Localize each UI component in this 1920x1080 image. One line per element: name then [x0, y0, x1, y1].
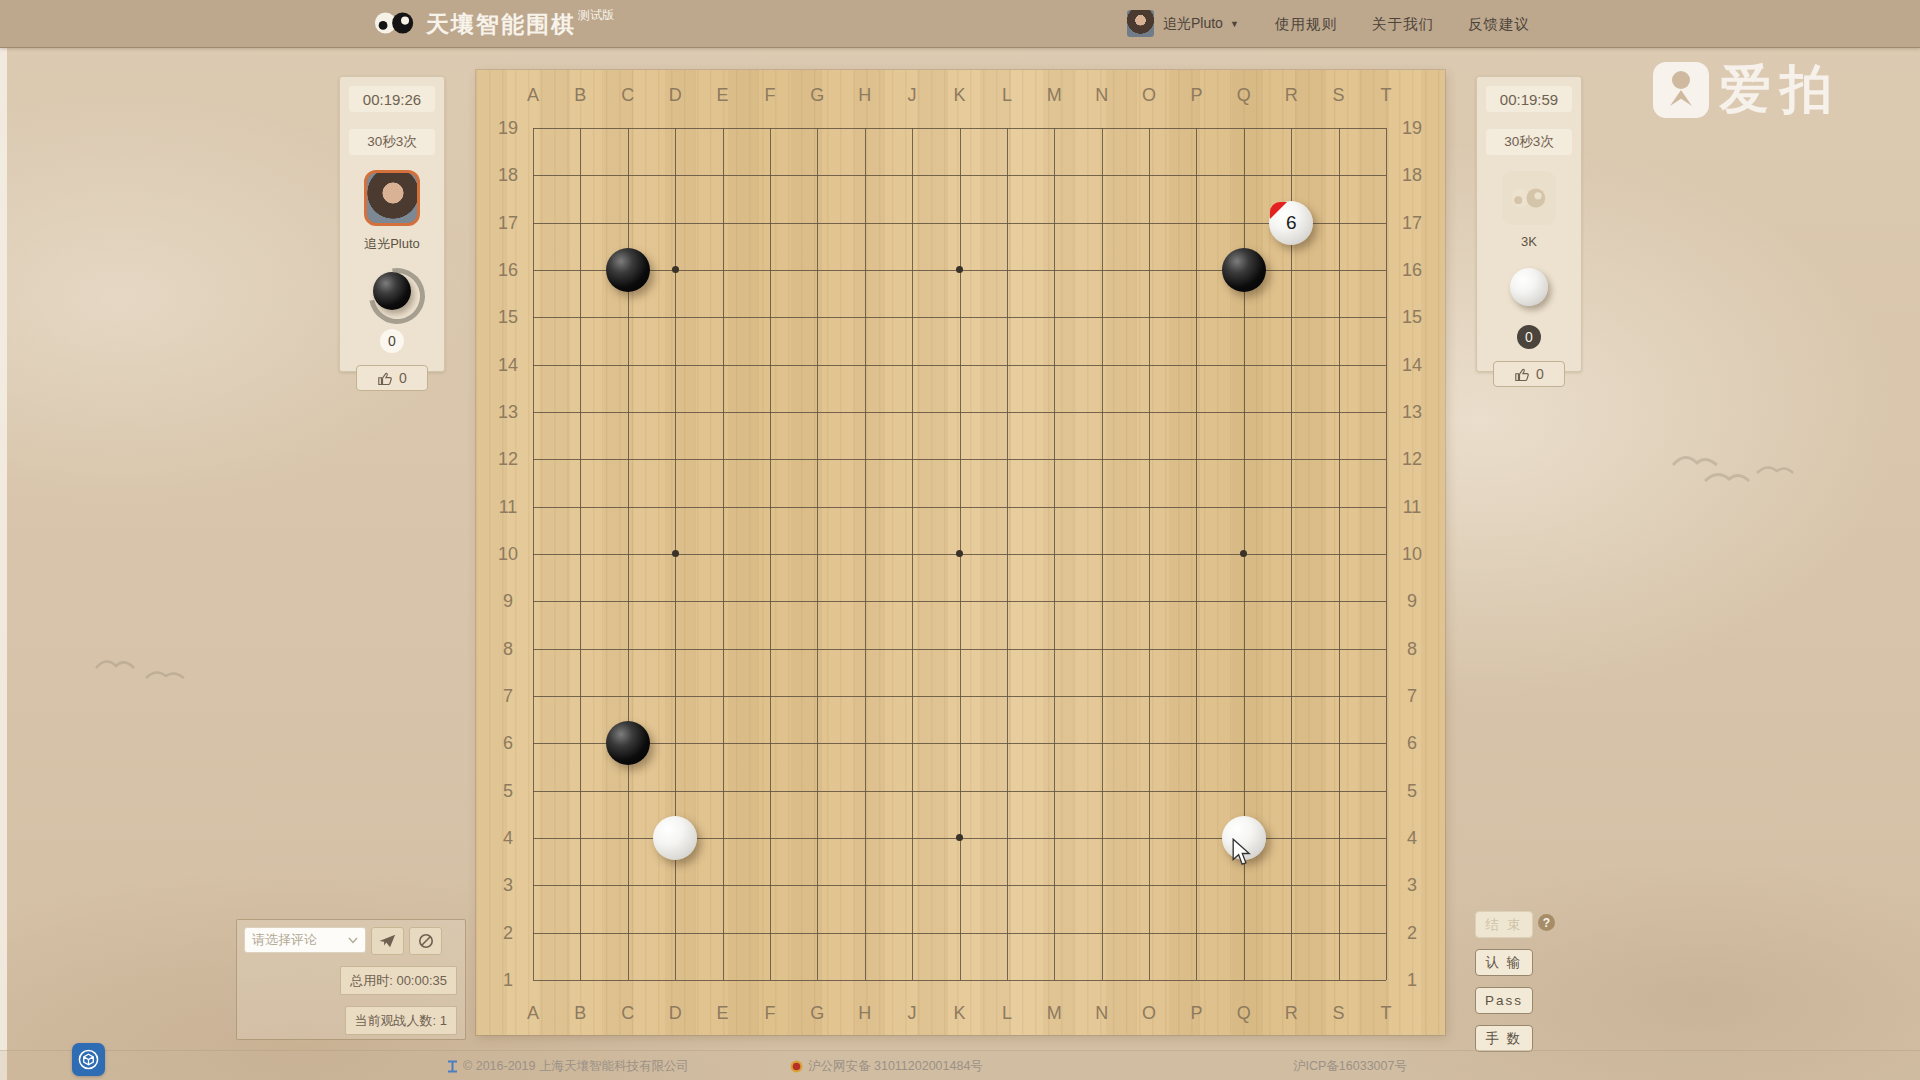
coordinate-label: 5 — [1407, 780, 1417, 801]
coordinate-label: 15 — [1402, 307, 1422, 328]
black-main-clock: 00:19:26 — [349, 86, 435, 112]
send-comment-button[interactable] — [371, 927, 404, 955]
white-like-button[interactable]: 0 — [1493, 361, 1565, 387]
coordinate-label: A — [527, 85, 539, 106]
user-menu[interactable]: 追光Pluto ▼ — [1127, 0, 1239, 47]
grid-line — [1007, 128, 1008, 980]
coordinate-label: E — [717, 85, 729, 106]
coordinate-label: 12 — [1402, 449, 1422, 470]
coordinate-label: T — [1381, 1003, 1392, 1024]
block-icon — [418, 933, 434, 949]
black-capture-count: 0 — [380, 329, 404, 353]
footer-police-record[interactable]: 沪公网安备 31011202001484号 — [790, 1051, 983, 1080]
coordinate-label: 10 — [498, 543, 518, 564]
coordinate-label: B — [574, 1003, 586, 1024]
coordinate-label: 18 — [498, 165, 518, 186]
coordinate-label: T — [1381, 85, 1392, 106]
comment-select-placeholder: 请选择评论 — [252, 931, 317, 949]
white-player-panel: 00:19:59 30秒3次 3K 0 0 — [1476, 76, 1582, 372]
coordinate-label: J — [908, 1003, 917, 1024]
white-stone-icon — [1510, 268, 1548, 306]
certificate-icon — [447, 1060, 458, 1073]
coordinate-label: F — [764, 1003, 775, 1024]
coordinate-label: 5 — [503, 780, 513, 801]
star-point — [672, 550, 679, 557]
comment-panel: 请选择评论 总用时: 00:00:35 当前观战人数: 1 — [236, 919, 466, 1040]
coordinate-label: F — [764, 85, 775, 106]
move-count-button[interactable]: 手 数 — [1475, 1025, 1533, 1052]
mute-button[interactable] — [409, 927, 442, 955]
page-edge-strip — [0, 47, 7, 1080]
coordinate-label: C — [621, 1003, 634, 1024]
star-point — [1240, 550, 1247, 557]
black-like-count: 0 — [399, 370, 407, 386]
app-title: 天壤智能围棋 — [426, 9, 576, 39]
coordinate-label: 10 — [1402, 543, 1422, 564]
help-icon[interactable]: ? — [1538, 914, 1555, 931]
coordinate-label: 1 — [503, 969, 513, 990]
coordinate-label: A — [527, 1003, 539, 1024]
coordinate-label: 4 — [1407, 827, 1417, 848]
coordinate-label: O — [1142, 1003, 1156, 1024]
grid-line — [533, 649, 1386, 650]
coordinate-label: 3 — [503, 875, 513, 896]
app-title-badge: 测试版 — [578, 7, 614, 24]
coordinate-label: 11 — [1403, 496, 1422, 517]
white-stone-R17: 6 — [1269, 201, 1313, 245]
white-player-avatar — [1502, 171, 1556, 225]
white-like-count: 0 — [1536, 366, 1544, 382]
coordinate-label: M — [1047, 85, 1062, 106]
coordinate-label: P — [1190, 85, 1202, 106]
coordinate-label: 3 — [1407, 875, 1417, 896]
star-point — [956, 834, 963, 841]
page: 天壤智能围棋 测试版 追光Pluto ▼ 使用规则 关于我们 反馈建议 爱拍 0… — [0, 0, 1920, 1080]
move-number-label: 6 — [1269, 212, 1313, 234]
coordinate-label: P — [1190, 1003, 1202, 1024]
coordinate-label: 16 — [498, 259, 518, 280]
comment-select[interactable]: 请选择评论 — [244, 927, 366, 953]
grid-line — [533, 601, 1386, 602]
black-stone-C16 — [606, 248, 650, 292]
black-player-panel: 00:19:26 30秒3次 追光Pluto 0 0 — [339, 76, 445, 372]
coordinate-label: Q — [1237, 85, 1251, 106]
grid-line — [533, 791, 1386, 792]
coordinate-label: B — [574, 85, 586, 106]
go-board[interactable]: AABBCCDDEEFFGGHHJJKKLLMMNNOOPPQQRRSSTT19… — [476, 70, 1445, 1035]
coordinate-label: 8 — [503, 638, 513, 659]
black-like-button[interactable]: 0 — [356, 365, 428, 391]
resign-button[interactable]: 认 输 — [1475, 949, 1533, 976]
coordinate-label: D — [669, 85, 682, 106]
white-main-clock: 00:19:59 — [1486, 86, 1572, 112]
coordinate-label: S — [1333, 85, 1345, 106]
thinking-ring — [358, 257, 436, 335]
grid-line — [1196, 128, 1197, 980]
coordinate-label: 15 — [498, 307, 518, 328]
end-game-button[interactable]: 结 束 — [1475, 911, 1533, 938]
footer-copyright: © 2016-2019 上海天壤智能科技有限公司 — [447, 1051, 689, 1080]
coordinate-label: O — [1142, 85, 1156, 106]
coordinate-label: 19 — [498, 118, 518, 139]
coordinate-label: 6 — [1407, 733, 1417, 754]
birds-decoration — [1665, 443, 1795, 493]
black-player-name: 追光Pluto — [364, 235, 420, 253]
coordinate-label: 7 — [503, 685, 513, 706]
coordinate-label: 4 — [503, 827, 513, 848]
black-byoyomi: 30秒3次 — [349, 129, 435, 155]
pass-button[interactable]: Pass — [1475, 987, 1533, 1014]
aipai-logo-icon — [1653, 62, 1709, 118]
coordinate-label: N — [1095, 1003, 1108, 1024]
total-time-label: 总用时: 00:00:35 — [340, 966, 457, 995]
black-stone-Q16 — [1222, 248, 1266, 292]
user-avatar — [1127, 10, 1154, 37]
star-point — [956, 550, 963, 557]
grid-line — [1386, 128, 1387, 980]
user-name: 追光Pluto — [1163, 15, 1223, 33]
footer-icp[interactable]: 沪ICP备16033007号 — [1293, 1051, 1407, 1080]
coordinate-label: 7 — [1407, 685, 1417, 706]
thumbs-up-icon — [1514, 367, 1530, 382]
coordinate-label: J — [908, 85, 917, 106]
white-capture-count: 0 — [1517, 325, 1541, 349]
coordinate-label: 17 — [498, 212, 518, 233]
nav-item-rules[interactable]: 使用规则 — [1275, 15, 1337, 34]
grid-line — [1054, 128, 1055, 980]
coordinate-label: 2 — [503, 922, 513, 943]
coordinate-label: 2 — [1407, 922, 1417, 943]
coordinate-label: R — [1285, 85, 1298, 106]
coordinate-label: 9 — [503, 591, 513, 612]
coordinate-label: 6 — [503, 733, 513, 754]
coordinate-label: 16 — [1402, 259, 1422, 280]
coordinate-label: E — [717, 1003, 729, 1024]
grid-line — [533, 743, 1386, 744]
white-stone-D4 — [653, 816, 697, 860]
coordinate-label: L — [1002, 85, 1012, 106]
coordinate-label: K — [953, 85, 965, 106]
coordinate-label: Q — [1237, 1003, 1251, 1024]
coordinate-label: C — [621, 85, 634, 106]
coordinate-label: 14 — [498, 354, 518, 375]
star-point — [956, 266, 963, 273]
coordinate-label: 1 — [1407, 969, 1417, 990]
grid-line — [1339, 128, 1340, 980]
coordinate-label: R — [1285, 1003, 1298, 1024]
send-icon — [379, 934, 396, 948]
star-point — [672, 266, 679, 273]
coordinate-label: 13 — [1402, 401, 1422, 422]
aipai-watermark: 爱拍 — [1653, 55, 1841, 125]
grid-line — [1102, 128, 1103, 980]
coordinate-label: 11 — [499, 496, 518, 517]
coordinate-label: 12 — [498, 449, 518, 470]
coordinate-label: 8 — [1407, 638, 1417, 659]
mouse-cursor — [1232, 838, 1251, 870]
black-player-avatar — [364, 170, 420, 226]
coordinate-label: S — [1333, 1003, 1345, 1024]
coordinate-label: H — [858, 1003, 871, 1024]
coordinate-label: 14 — [1402, 354, 1422, 375]
police-badge-icon — [790, 1060, 803, 1073]
game-actions: 结 束 认 输 Pass 手 数 — [1475, 911, 1533, 1052]
black-stone-C6 — [606, 721, 650, 765]
chevron-down-icon: ▼ — [1230, 19, 1239, 29]
white-stone-indicator — [1501, 259, 1557, 315]
coordinate-label: L — [1002, 1003, 1012, 1024]
white-player-rank: 3K — [1521, 234, 1537, 249]
white-byoyomi: 30秒3次 — [1486, 129, 1572, 155]
grid-line — [533, 696, 1386, 697]
coordinate-label: N — [1095, 85, 1108, 106]
grid-line — [1149, 128, 1150, 980]
nav-item-feedback[interactable]: 反馈建议 — [1468, 15, 1530, 34]
coordinate-label: M — [1047, 1003, 1062, 1024]
chevron-down-icon — [348, 937, 358, 944]
grid-line — [533, 980, 1386, 981]
black-stone-indicator — [364, 263, 420, 319]
coordinate-label: 13 — [498, 401, 518, 422]
thumbs-up-icon — [377, 371, 393, 386]
spectator-count-label: 当前观战人数: 1 — [345, 1006, 457, 1035]
coordinate-label: 18 — [1402, 165, 1422, 186]
grid-line — [1291, 128, 1292, 980]
coordinate-label: G — [810, 1003, 824, 1024]
footer: © 2016-2019 上海天壤智能科技有限公司 沪公网安备 310112020… — [0, 1050, 1920, 1080]
coordinate-label: 17 — [1402, 212, 1422, 233]
ai-infinity-logo-icon — [1509, 186, 1549, 210]
feedback-widget-icon[interactable] — [72, 1043, 105, 1076]
grid-line — [533, 933, 1386, 934]
nav-item-about[interactable]: 关于我们 — [1372, 15, 1434, 34]
aipai-watermark-text: 爱拍 — [1719, 55, 1841, 125]
coordinate-label: H — [858, 85, 871, 106]
birds-decoration — [90, 650, 200, 690]
grid-line — [533, 885, 1386, 886]
app-logo-icon — [373, 9, 417, 41]
coordinate-label: K — [953, 1003, 965, 1024]
coordinate-label: G — [810, 85, 824, 106]
navbar: 天壤智能围棋 测试版 追光Pluto ▼ 使用规则 关于我们 反馈建议 — [0, 0, 1920, 48]
coordinate-label: 9 — [1407, 591, 1417, 612]
coordinate-label: 19 — [1402, 118, 1422, 139]
coordinate-label: D — [669, 1003, 682, 1024]
app-logo[interactable]: 天壤智能围棋 测试版 — [373, 9, 614, 41]
